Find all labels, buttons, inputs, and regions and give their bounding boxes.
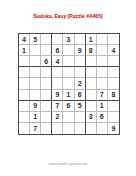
sudoku-cell-r7c3 bbox=[41, 101, 52, 112]
sudoku-cell-r7c5: 6 bbox=[63, 101, 74, 112]
sudoku-cell-r7c7 bbox=[86, 101, 97, 112]
sudoku-cell-r9c8 bbox=[97, 123, 108, 134]
sudoku-cell-r3c4: 4 bbox=[52, 56, 63, 67]
sudoku-cell-r8c9 bbox=[108, 112, 119, 123]
sudoku-cell-r9c6 bbox=[75, 123, 86, 134]
sudoku-cell-r4c3 bbox=[41, 67, 52, 78]
sudoku-cell-r5c2 bbox=[30, 78, 41, 89]
sudoku-cell-r6c9: 8 bbox=[108, 90, 119, 101]
printable-sudoku-page: Sudoku, Easy (Puzzle #A465) 453116984642… bbox=[0, 0, 136, 176]
sudoku-cell-r3c8 bbox=[97, 56, 108, 67]
sudoku-cell-r6c8: 7 bbox=[97, 90, 108, 101]
sudoku-cell-r6c7 bbox=[86, 90, 97, 101]
sudoku-cell-r5c8 bbox=[97, 78, 108, 89]
sudoku-cell-r7c2: 9 bbox=[30, 101, 41, 112]
sudoku-cell-r8c3 bbox=[41, 112, 52, 123]
sudoku-cell-r9c5 bbox=[63, 123, 74, 134]
sudoku-cell-r3c2 bbox=[30, 56, 41, 67]
sudoku-cell-r8c2: 1 bbox=[30, 112, 41, 123]
sudoku-cell-r5c9 bbox=[108, 78, 119, 89]
sudoku-cell-r9c3 bbox=[41, 123, 52, 134]
sudoku-cell-r4c1 bbox=[19, 67, 30, 78]
sudoku-board: 4531169846429167897651123679 bbox=[18, 33, 120, 135]
sudoku-cell-r1c7: 1 bbox=[86, 34, 97, 45]
sudoku-cell-r1c2: 5 bbox=[30, 34, 41, 45]
sudoku-cell-r5c7 bbox=[86, 78, 97, 89]
sudoku-cell-r6c5: 1 bbox=[63, 90, 74, 101]
sudoku-cell-r4c7 bbox=[86, 67, 97, 78]
sudoku-cell-r1c5: 3 bbox=[63, 34, 74, 45]
sudoku-cell-r7c8: 1 bbox=[97, 101, 108, 112]
sudoku-cell-r9c7 bbox=[86, 123, 97, 134]
puzzle-title: Sudoku, Easy (Puzzle #A465) bbox=[0, 13, 136, 19]
sudoku-cell-r5c3 bbox=[41, 78, 52, 89]
sudoku-cell-r2c9: 4 bbox=[108, 45, 119, 56]
sudoku-cell-r2c8 bbox=[97, 45, 108, 56]
sudoku-cell-r7c1 bbox=[19, 101, 30, 112]
sudoku-cell-r8c4: 2 bbox=[52, 112, 63, 123]
sudoku-cell-r2c1: 1 bbox=[19, 45, 30, 56]
sudoku-cell-r6c6: 6 bbox=[75, 90, 86, 101]
sudoku-cell-r5c1 bbox=[19, 78, 30, 89]
sudoku-cell-r8c7: 3 bbox=[86, 112, 97, 123]
sudoku-cell-r1c3 bbox=[41, 34, 52, 45]
sudoku-cell-r6c2 bbox=[30, 90, 41, 101]
sudoku-cell-r6c1 bbox=[19, 90, 30, 101]
sudoku-cell-r4c8 bbox=[97, 67, 108, 78]
sudoku-cell-r3c6 bbox=[75, 56, 86, 67]
sudoku-cell-r2c3 bbox=[41, 45, 52, 56]
footer-url: www.sudoku-puzzles.net bbox=[0, 162, 136, 166]
sudoku-cell-r9c4 bbox=[52, 123, 63, 134]
sudoku-cell-r5c6: 2 bbox=[75, 78, 86, 89]
sudoku-cell-r9c9: 9 bbox=[108, 123, 119, 134]
sudoku-cell-r4c2 bbox=[30, 67, 41, 78]
sudoku-cell-r1c8 bbox=[97, 34, 108, 45]
sudoku-cell-r9c1 bbox=[19, 123, 30, 134]
sudoku-cell-r8c8: 6 bbox=[97, 112, 108, 123]
sudoku-cell-r3c1 bbox=[19, 56, 30, 67]
sudoku-cell-r1c9 bbox=[108, 34, 119, 45]
sudoku-cell-r3c3: 6 bbox=[41, 56, 52, 67]
sudoku-cell-r5c4 bbox=[52, 78, 63, 89]
sudoku-cell-r1c6 bbox=[75, 34, 86, 45]
sudoku-cell-r7c4: 7 bbox=[52, 101, 63, 112]
sudoku-cell-r4c9 bbox=[108, 67, 119, 78]
sudoku-cell-r6c3 bbox=[41, 90, 52, 101]
sudoku-cell-r8c6 bbox=[75, 112, 86, 123]
sudoku-cell-r2c5 bbox=[63, 45, 74, 56]
sudoku-cell-r8c1 bbox=[19, 112, 30, 123]
sudoku-cell-r4c4 bbox=[52, 67, 63, 78]
sudoku-cell-r2c7: 8 bbox=[86, 45, 97, 56]
sudoku-cell-r8c5 bbox=[63, 112, 74, 123]
sudoku-cell-r1c1: 4 bbox=[19, 34, 30, 45]
sudoku-cell-r4c5 bbox=[63, 67, 74, 78]
sudoku-cell-r3c7 bbox=[86, 56, 97, 67]
sudoku-cell-r7c6: 5 bbox=[75, 101, 86, 112]
sudoku-cell-r9c2: 7 bbox=[30, 123, 41, 134]
sudoku-cell-r5c5 bbox=[63, 78, 74, 89]
sudoku-cell-r2c6: 9 bbox=[75, 45, 86, 56]
sudoku-cell-r4c6 bbox=[75, 67, 86, 78]
sudoku-cell-r6c4: 9 bbox=[52, 90, 63, 101]
sudoku-cell-r7c9 bbox=[108, 101, 119, 112]
sudoku-cell-r2c2 bbox=[30, 45, 41, 56]
sudoku-cell-r3c9 bbox=[108, 56, 119, 67]
sudoku-cell-r3c5 bbox=[63, 56, 74, 67]
sudoku-cell-r1c4 bbox=[52, 34, 63, 45]
sudoku-cell-r2c4: 6 bbox=[52, 45, 63, 56]
